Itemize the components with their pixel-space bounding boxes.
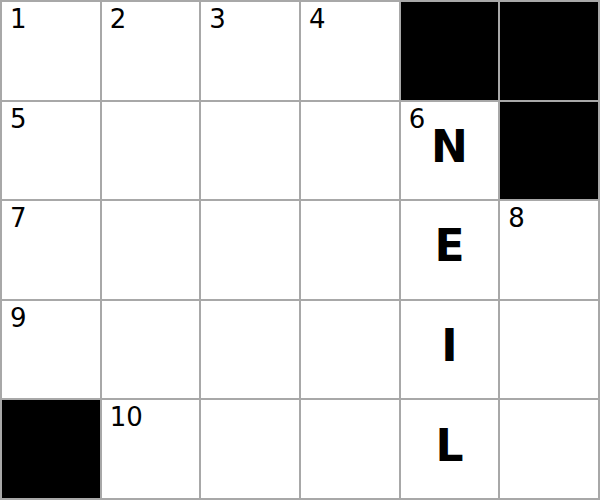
crossword-board: 123456N7E89I10L [0, 0, 600, 500]
black-cell-r1c5 [500, 102, 598, 200]
cell-r1c4[interactable]: 6N [401, 102, 499, 200]
cell-r3c3[interactable] [301, 301, 399, 399]
cell-r2c4[interactable]: E [401, 201, 499, 299]
black-cell-r0c5 [500, 2, 598, 100]
clue-number-8: 8 [508, 203, 525, 234]
cell-r4c5[interactable] [500, 400, 598, 498]
clue-number-1: 1 [10, 4, 27, 35]
clue-number-6: 6 [409, 104, 426, 135]
clue-number-2: 2 [110, 4, 127, 35]
clue-number-7: 7 [10, 203, 27, 234]
cell-r2c5[interactable]: 8 [500, 201, 598, 299]
cell-r2c3[interactable] [301, 201, 399, 299]
cell-r4c1[interactable]: 10 [102, 400, 200, 498]
cell-r4c2[interactable] [201, 400, 299, 498]
cell-r0c1[interactable]: 2 [102, 2, 200, 100]
cell-letter-E: E [434, 220, 464, 271]
cell-letter-I: I [441, 320, 457, 371]
clue-number-10: 10 [110, 402, 143, 433]
cell-r0c3[interactable]: 4 [301, 2, 399, 100]
cell-r3c2[interactable] [201, 301, 299, 399]
cell-r3c1[interactable] [102, 301, 200, 399]
clue-number-5: 5 [10, 104, 27, 135]
cell-r2c1[interactable] [102, 201, 200, 299]
clue-number-4: 4 [309, 4, 326, 35]
cell-r4c4[interactable]: L [401, 400, 499, 498]
cell-r3c4[interactable]: I [401, 301, 499, 399]
cell-r0c2[interactable]: 3 [201, 2, 299, 100]
clue-number-9: 9 [10, 303, 27, 334]
cell-r2c0[interactable]: 7 [2, 201, 100, 299]
cell-r4c3[interactable] [301, 400, 399, 498]
clue-number-3: 3 [209, 4, 226, 35]
cell-r0c0[interactable]: 1 [2, 2, 100, 100]
cell-r1c0[interactable]: 5 [2, 102, 100, 200]
cell-letter-L: L [435, 420, 463, 471]
cell-r3c0[interactable]: 9 [2, 301, 100, 399]
cell-r3c5[interactable] [500, 301, 598, 399]
cell-r1c1[interactable] [102, 102, 200, 200]
cell-r1c2[interactable] [201, 102, 299, 200]
cell-r1c3[interactable] [301, 102, 399, 200]
cell-letter-N: N [431, 121, 468, 172]
black-cell-r4c0 [2, 400, 100, 498]
black-cell-r0c4 [401, 2, 499, 100]
cell-r2c2[interactable] [201, 201, 299, 299]
